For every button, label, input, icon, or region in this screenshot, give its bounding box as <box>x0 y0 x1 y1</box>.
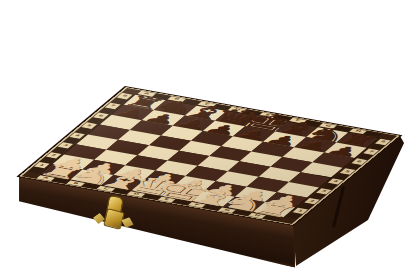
coordinate-label: B <box>72 182 79 185</box>
coordinate-label: 5 <box>344 170 351 173</box>
coordinate-label: 4 <box>74 134 81 137</box>
clasp-plate <box>103 208 125 230</box>
coordinate-label: 7 <box>368 150 375 153</box>
coordinate-label: 7 <box>109 104 116 107</box>
brass-clasp <box>92 196 136 234</box>
coordinate-label: 1 <box>297 210 304 213</box>
coordinate-label: F <box>193 203 200 206</box>
coordinate-label: 8 <box>121 95 128 98</box>
coordinate-label: 8 <box>379 140 386 143</box>
coordinate-label: 5 <box>86 124 93 127</box>
coordinate-label: B <box>173 98 180 101</box>
coordinate-label: D <box>233 108 241 111</box>
coordinate-label: 1 <box>38 164 45 167</box>
coordinate-label: H <box>253 214 261 217</box>
coordinate-label: A <box>42 177 49 180</box>
coordinate-label: C <box>102 187 109 190</box>
coordinate-label: F <box>294 119 301 122</box>
coordinate-label: 2 <box>309 200 316 203</box>
coordinate-label: G <box>223 209 231 212</box>
coordinate-label: 3 <box>62 144 69 147</box>
coordinate-label: A <box>143 92 150 95</box>
coordinate-label: C <box>203 103 210 106</box>
coordinate-label: E <box>264 114 271 117</box>
coordinate-label: G <box>324 124 332 127</box>
coordinate-label: H <box>354 130 362 133</box>
coordinate-label: 6 <box>97 114 104 117</box>
coordinate-label: 2 <box>50 154 57 157</box>
coordinate-label: 4 <box>332 180 339 183</box>
coordinate-label: 6 <box>356 160 363 163</box>
chess-set-photo: ABCDEFGH 87654321 ♜♞♝♛♚♝♞♜♟♟♟♟♟♟♟♟♟♟♟♟♟♟… <box>0 0 416 277</box>
coordinate-label: 3 <box>320 190 327 193</box>
coordinate-label: E <box>163 198 170 201</box>
